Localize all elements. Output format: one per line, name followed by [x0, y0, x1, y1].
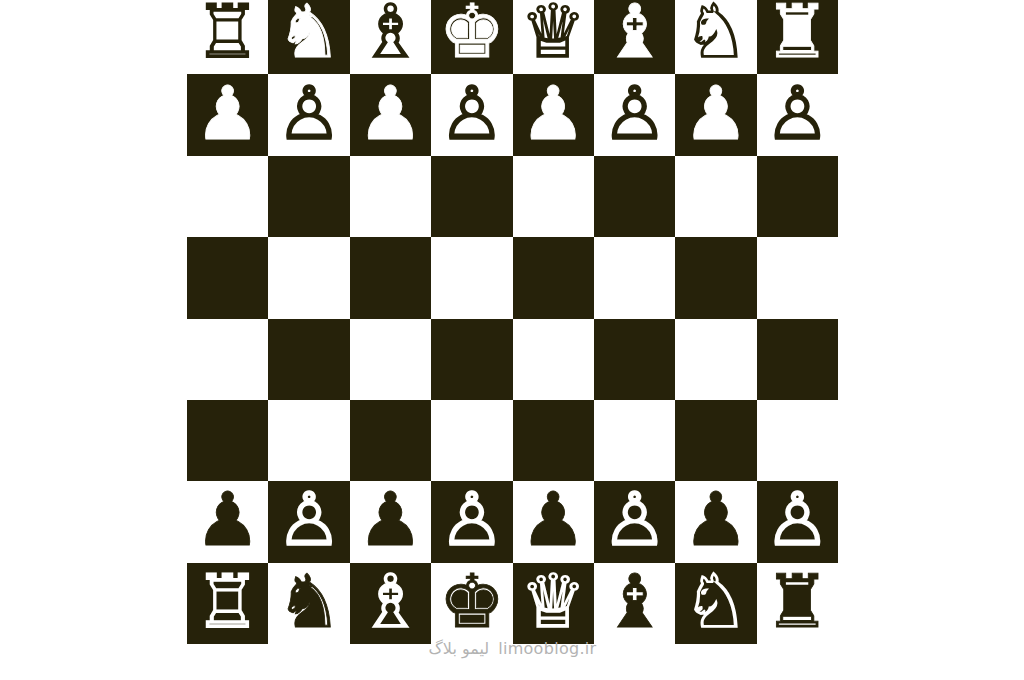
square-g8[interactable]: ♘	[675, 0, 756, 74]
illustration-canvas: ♖♞♗♚♕♝♘♜♟♙♟♙♟♙♟♙♟♙♟♙♟♙♟♙♖♞♗♚♕♝♘♜ لیمو بل…	[0, 0, 1024, 680]
square-h2[interactable]: ♙	[757, 481, 838, 562]
square-g6[interactable]	[675, 156, 756, 237]
piece-pawn-h2: ♙	[764, 481, 830, 560]
piece-bishop-c8: ♗	[357, 0, 423, 72]
chess-board: ♖♞♗♚♕♝♘♜♟♙♟♙♟♙♟♙♟♙♟♙♟♙♟♙♖♞♗♚♕♝♘♜	[187, 0, 838, 644]
square-g4[interactable]	[675, 319, 756, 400]
piece-king-d8: ♚	[439, 0, 505, 72]
piece-bishop-f1: ♝	[601, 563, 667, 642]
square-f8[interactable]: ♝	[594, 0, 675, 74]
square-e7[interactable]: ♟	[513, 74, 594, 155]
square-f7[interactable]: ♙	[594, 74, 675, 155]
square-b3[interactable]	[268, 400, 349, 481]
square-f3[interactable]	[594, 400, 675, 481]
piece-knight-b8: ♞	[276, 0, 342, 72]
piece-bishop-c1: ♗	[357, 563, 423, 642]
piece-pawn-e7: ♟	[520, 74, 586, 153]
piece-queen-e8: ♕	[520, 0, 586, 72]
square-h6[interactable]	[757, 156, 838, 237]
square-d4[interactable]	[431, 319, 512, 400]
piece-pawn-d2: ♙	[439, 481, 505, 560]
piece-pawn-b2: ♙	[276, 481, 342, 560]
watermark: لیمو بلاگlimooblog.ir	[187, 639, 838, 658]
square-h1[interactable]: ♜	[757, 563, 838, 644]
square-h3[interactable]	[757, 400, 838, 481]
square-h5[interactable]	[757, 237, 838, 318]
square-c8[interactable]: ♗	[350, 0, 431, 74]
square-e8[interactable]: ♕	[513, 0, 594, 74]
square-h4[interactable]	[757, 319, 838, 400]
square-g3[interactable]	[675, 400, 756, 481]
square-f5[interactable]	[594, 237, 675, 318]
square-f6[interactable]	[594, 156, 675, 237]
square-g2[interactable]: ♟	[675, 481, 756, 562]
square-g5[interactable]	[675, 237, 756, 318]
piece-rook-h1: ♜	[764, 563, 830, 642]
piece-pawn-g2: ♟	[683, 481, 749, 560]
piece-pawn-a2: ♟	[195, 481, 261, 560]
piece-pawn-b7: ♙	[276, 74, 342, 153]
square-b7[interactable]: ♙	[268, 74, 349, 155]
square-a6[interactable]	[187, 156, 268, 237]
square-b6[interactable]	[268, 156, 349, 237]
square-h7[interactable]: ♙	[757, 74, 838, 155]
square-f2[interactable]: ♙	[594, 481, 675, 562]
square-g7[interactable]: ♟	[675, 74, 756, 155]
square-e5[interactable]	[513, 237, 594, 318]
square-c5[interactable]	[350, 237, 431, 318]
piece-pawn-f7: ♙	[601, 74, 667, 153]
piece-rook-a1: ♖	[195, 563, 261, 642]
piece-pawn-e2: ♟	[520, 481, 586, 560]
square-a5[interactable]	[187, 237, 268, 318]
square-a2[interactable]: ♟	[187, 481, 268, 562]
square-e6[interactable]	[513, 156, 594, 237]
square-c3[interactable]	[350, 400, 431, 481]
piece-queen-e1: ♕	[520, 563, 586, 642]
square-d2[interactable]: ♙	[431, 481, 512, 562]
piece-pawn-a7: ♟	[195, 74, 261, 153]
square-a4[interactable]	[187, 319, 268, 400]
square-a8[interactable]: ♖	[187, 0, 268, 74]
square-d1[interactable]: ♚	[431, 563, 512, 644]
square-a1[interactable]: ♖	[187, 563, 268, 644]
square-d6[interactable]	[431, 156, 512, 237]
square-g1[interactable]: ♘	[675, 563, 756, 644]
square-f4[interactable]	[594, 319, 675, 400]
square-d8[interactable]: ♚	[431, 0, 512, 74]
square-b4[interactable]	[268, 319, 349, 400]
square-e4[interactable]	[513, 319, 594, 400]
square-b2[interactable]: ♙	[268, 481, 349, 562]
piece-pawn-f2: ♙	[601, 481, 667, 560]
piece-pawn-d7: ♙	[439, 74, 505, 153]
piece-rook-h8: ♜	[764, 0, 830, 72]
piece-knight-b1: ♞	[276, 563, 342, 642]
piece-knight-g8: ♘	[683, 0, 749, 72]
watermark-site-url: limooblog.ir	[498, 639, 596, 658]
square-d3[interactable]	[431, 400, 512, 481]
square-f1[interactable]: ♝	[594, 563, 675, 644]
square-h8[interactable]: ♜	[757, 0, 838, 74]
piece-pawn-g7: ♟	[683, 74, 749, 153]
square-e1[interactable]: ♕	[513, 563, 594, 644]
square-c4[interactable]	[350, 319, 431, 400]
piece-king-d1: ♚	[439, 563, 505, 642]
square-c2[interactable]: ♟	[350, 481, 431, 562]
square-c1[interactable]: ♗	[350, 563, 431, 644]
piece-pawn-h7: ♙	[764, 74, 830, 153]
square-c7[interactable]: ♟	[350, 74, 431, 155]
square-e2[interactable]: ♟	[513, 481, 594, 562]
piece-rook-a8: ♖	[195, 0, 261, 72]
square-a3[interactable]	[187, 400, 268, 481]
square-c6[interactable]	[350, 156, 431, 237]
square-b5[interactable]	[268, 237, 349, 318]
square-e3[interactable]	[513, 400, 594, 481]
piece-pawn-c7: ♟	[357, 74, 423, 153]
square-d5[interactable]	[431, 237, 512, 318]
square-b8[interactable]: ♞	[268, 0, 349, 74]
square-a7[interactable]: ♟	[187, 74, 268, 155]
piece-knight-g1: ♘	[683, 563, 749, 642]
piece-bishop-f8: ♝	[601, 0, 667, 72]
square-b1[interactable]: ♞	[268, 563, 349, 644]
watermark-persian-text: لیمو بلاگ	[429, 639, 490, 658]
piece-pawn-c2: ♟	[357, 481, 423, 560]
square-d7[interactable]: ♙	[431, 74, 512, 155]
